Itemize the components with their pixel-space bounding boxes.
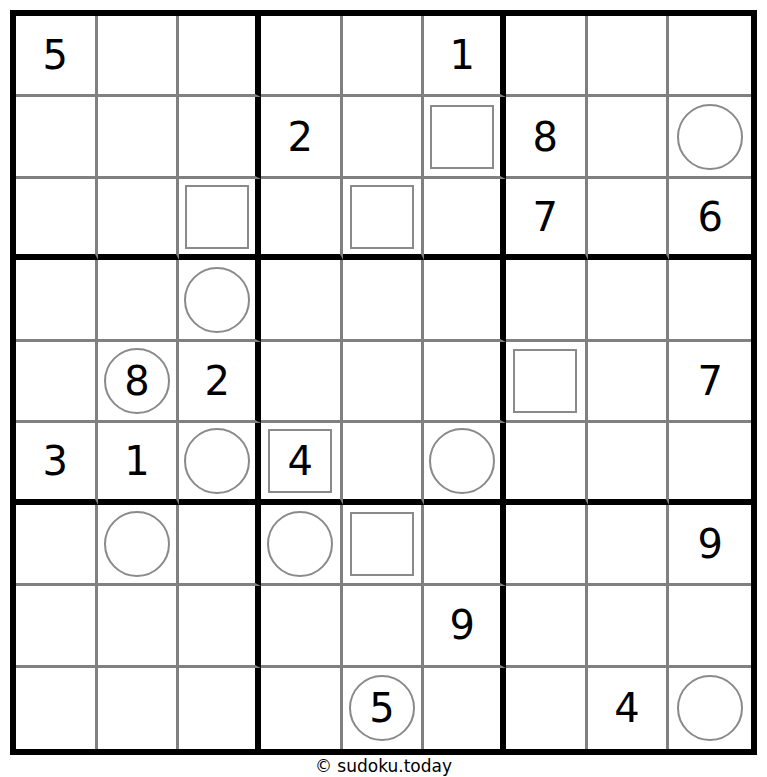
circle-mark — [104, 511, 170, 577]
circle-mark — [184, 267, 250, 333]
cell-r3c8[interactable] — [588, 179, 670, 260]
cell-r9c7[interactable] — [506, 668, 588, 749]
given-digit: 9 — [449, 605, 474, 645]
cell-r2c3[interactable] — [179, 97, 261, 178]
cell-r2c1[interactable] — [16, 97, 98, 178]
square-mark — [185, 185, 249, 249]
cell-r5c3[interactable]: 2 — [179, 342, 261, 423]
cell-r4c2[interactable] — [98, 260, 180, 341]
cell-r7c8[interactable] — [588, 505, 670, 586]
given-digit: 4 — [288, 441, 313, 481]
cell-r2c9[interactable] — [669, 97, 751, 178]
given-digit: 9 — [697, 524, 722, 564]
cell-r6c4[interactable]: 4 — [261, 423, 343, 504]
cell-r4c1[interactable] — [16, 260, 98, 341]
cell-r8c4[interactable] — [261, 586, 343, 667]
cell-r2c5[interactable] — [343, 97, 425, 178]
cell-r6c8[interactable] — [588, 423, 670, 504]
cell-r7c6[interactable] — [424, 505, 506, 586]
square-mark — [350, 512, 414, 576]
cell-r6c1[interactable]: 3 — [16, 423, 98, 504]
cell-r5c6[interactable] — [424, 342, 506, 423]
cell-r8c9[interactable] — [669, 586, 751, 667]
cell-r1c5[interactable] — [343, 16, 425, 97]
cell-r2c4[interactable]: 2 — [261, 97, 343, 178]
circle-mark — [184, 428, 250, 494]
given-digit: 7 — [697, 361, 722, 401]
circle-mark — [429, 428, 495, 494]
circle-mark — [267, 511, 333, 577]
cell-r8c7[interactable] — [506, 586, 588, 667]
square-mark — [430, 105, 494, 169]
given-digit: 6 — [697, 197, 722, 237]
given-digit: 8 — [124, 361, 149, 401]
cell-r6c5[interactable] — [343, 423, 425, 504]
cell-r5c5[interactable] — [343, 342, 425, 423]
cell-r4c8[interactable] — [588, 260, 670, 341]
cell-r1c9[interactable] — [669, 16, 751, 97]
cell-r1c4[interactable] — [261, 16, 343, 97]
cell-r9c3[interactable] — [179, 668, 261, 749]
cell-r7c5[interactable] — [343, 505, 425, 586]
cell-r4c5[interactable] — [343, 260, 425, 341]
cell-r8c1[interactable] — [16, 586, 98, 667]
cell-r6c3[interactable] — [179, 423, 261, 504]
cell-r9c8[interactable]: 4 — [588, 668, 670, 749]
cell-r9c6[interactable] — [424, 668, 506, 749]
given-digit: 3 — [43, 441, 68, 481]
cell-r7c1[interactable] — [16, 505, 98, 586]
cell-r7c3[interactable] — [179, 505, 261, 586]
cell-r3c6[interactable] — [424, 179, 506, 260]
cell-r3c3[interactable] — [179, 179, 261, 260]
circle-mark — [677, 675, 743, 741]
cell-r6c6[interactable] — [424, 423, 506, 504]
sudoku-board: 5128768273149954 — [10, 10, 757, 755]
cell-r4c6[interactable] — [424, 260, 506, 341]
given-digit: 7 — [533, 197, 558, 237]
cell-r7c4[interactable] — [261, 505, 343, 586]
cell-r3c5[interactable] — [343, 179, 425, 260]
cell-r1c3[interactable] — [179, 16, 261, 97]
given-digit: 8 — [533, 117, 558, 157]
cell-r5c9[interactable]: 7 — [669, 342, 751, 423]
given-digit: 4 — [614, 688, 639, 728]
cell-r9c1[interactable] — [16, 668, 98, 749]
given-digit: 1 — [449, 35, 474, 75]
cell-r7c2[interactable] — [98, 505, 180, 586]
cell-r8c2[interactable] — [98, 586, 180, 667]
cell-r2c8[interactable] — [588, 97, 670, 178]
cell-r4c3[interactable] — [179, 260, 261, 341]
cell-r8c3[interactable] — [179, 586, 261, 667]
cell-r9c9[interactable] — [669, 668, 751, 749]
cell-r1c6[interactable]: 1 — [424, 16, 506, 97]
cell-r2c2[interactable] — [98, 97, 180, 178]
cell-r3c4[interactable] — [261, 179, 343, 260]
cell-r6c9[interactable] — [669, 423, 751, 504]
cell-r1c7[interactable] — [506, 16, 588, 97]
cell-r9c5[interactable]: 5 — [343, 668, 425, 749]
cell-r5c4[interactable] — [261, 342, 343, 423]
cell-r4c4[interactable] — [261, 260, 343, 341]
cell-r5c7[interactable] — [506, 342, 588, 423]
cell-r5c1[interactable] — [16, 342, 98, 423]
circle-mark — [677, 104, 743, 170]
cell-r6c2[interactable]: 1 — [98, 423, 180, 504]
cell-r8c8[interactable] — [588, 586, 670, 667]
cell-r7c7[interactable] — [506, 505, 588, 586]
given-digit: 2 — [204, 361, 229, 401]
cell-r6c7[interactable] — [506, 423, 588, 504]
site-credit: © sudoku.today — [10, 756, 757, 776]
cell-r3c2[interactable] — [98, 179, 180, 260]
cell-r5c2[interactable]: 8 — [98, 342, 180, 423]
cell-r2c6[interactable] — [424, 97, 506, 178]
cell-r1c2[interactable] — [98, 16, 180, 97]
cell-r3c1[interactable] — [16, 179, 98, 260]
cell-r9c2[interactable] — [98, 668, 180, 749]
cell-r4c7[interactable] — [506, 260, 588, 341]
square-mark — [350, 185, 414, 249]
given-digit: 5 — [369, 688, 394, 728]
cell-r2c7[interactable]: 8 — [506, 97, 588, 178]
given-digit: 1 — [124, 441, 149, 481]
given-digit: 5 — [43, 35, 68, 75]
given-digit: 2 — [288, 117, 313, 157]
cell-r3c7[interactable]: 7 — [506, 179, 588, 260]
cell-r5c8[interactable] — [588, 342, 670, 423]
cell-r9c4[interactable] — [261, 668, 343, 749]
cell-r8c5[interactable] — [343, 586, 425, 667]
cell-r4c9[interactable] — [669, 260, 751, 341]
cell-r3c9[interactable]: 6 — [669, 179, 751, 260]
square-mark — [513, 349, 577, 413]
cell-r7c9[interactable]: 9 — [669, 505, 751, 586]
cell-r1c8[interactable] — [588, 16, 670, 97]
cell-r1c1[interactable]: 5 — [16, 16, 98, 97]
cell-r8c6[interactable]: 9 — [424, 586, 506, 667]
